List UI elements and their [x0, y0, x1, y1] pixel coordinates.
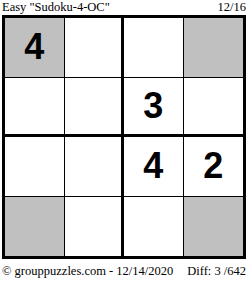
cell-r1c2[interactable] [65, 18, 125, 78]
copyright-text: © grouppuzzles.com - 12/14/2020 [2, 264, 173, 279]
cell-r1c4[interactable] [184, 18, 244, 78]
puzzle-page: Easy "Sudoku-4-OC" 12/16 4342 © grouppuz… [0, 0, 248, 282]
cell-r2c2[interactable] [65, 78, 125, 138]
cell-r4c3[interactable] [124, 197, 184, 257]
cell-r1c3[interactable] [124, 18, 184, 78]
cell-r2c3[interactable]: 3 [124, 78, 184, 138]
page-header: Easy "Sudoku-4-OC" 12/16 [0, 0, 248, 14]
cell-r2c1[interactable] [5, 78, 65, 138]
cell-r4c2[interactable] [65, 197, 125, 257]
cell-r3c4[interactable]: 2 [184, 137, 244, 197]
cell-r1c1[interactable]: 4 [5, 18, 65, 78]
cell-r3c2[interactable] [65, 137, 125, 197]
cell-r3c3[interactable]: 4 [124, 137, 184, 197]
puzzle-title: Easy "Sudoku-4-OC" [2, 0, 110, 14]
cell-r2c4[interactable] [184, 78, 244, 138]
cell-r4c4[interactable] [184, 197, 244, 257]
cell-r3c1[interactable] [5, 137, 65, 197]
page-number: 12/16 [218, 0, 246, 14]
page-footer: © grouppuzzles.com - 12/14/2020 Diff: 3 … [0, 264, 248, 279]
cell-r4c1[interactable] [5, 197, 65, 257]
sudoku-board: 4342 [2, 15, 246, 259]
difficulty-text: Diff: 3 /642 [187, 264, 246, 279]
